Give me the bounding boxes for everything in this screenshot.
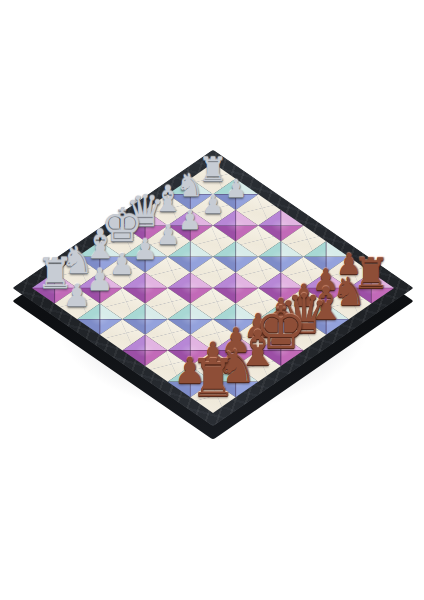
chess-set-photo: ♜♟♟♜♞♟♟♞♝♟♟♝♛♟♟♛♚♟♟♚♝♟♟♝♞♟♟♞♜♟♟♜ xyxy=(0,0,424,600)
